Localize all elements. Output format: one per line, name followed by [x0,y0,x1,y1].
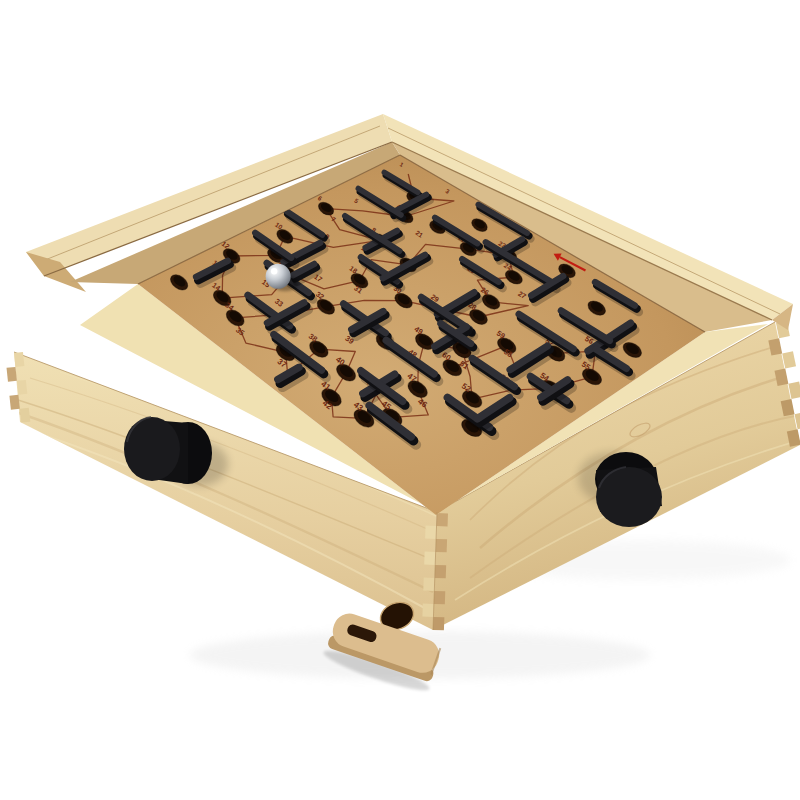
labyrinth-scene: 1234567891011121314151617181920212223242… [0,0,800,800]
product-photo-labyrinth-game: 1234567891011121314151617181920212223242… [0,0,800,800]
